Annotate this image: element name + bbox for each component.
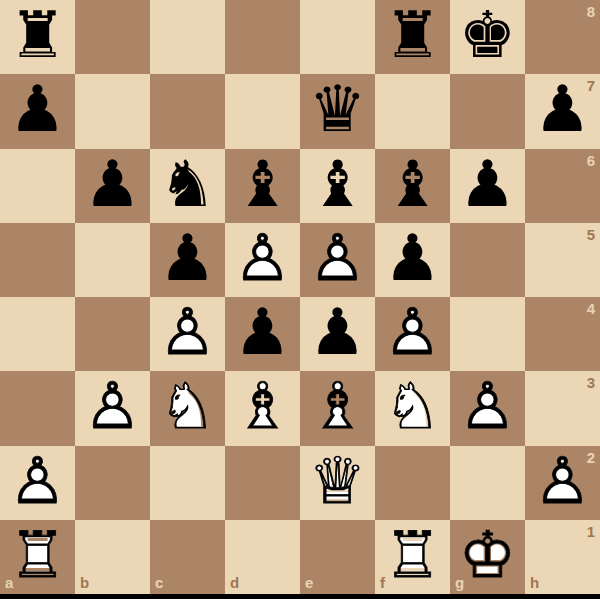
rank-label-4: 4	[587, 301, 595, 316]
piece-black-pawn[interactable]: ♟	[384, 226, 441, 290]
piece-black-pawn[interactable]: ♟	[159, 226, 216, 290]
square-g5[interactable]	[450, 223, 525, 297]
pawn-glyph-outline: ♙	[534, 449, 591, 513]
bishop-glyph-outline: ♗	[234, 374, 291, 438]
square-e5[interactable]: ♟♙	[300, 223, 375, 297]
square-d2[interactable]	[225, 446, 300, 520]
square-a5[interactable]	[0, 223, 75, 297]
square-c4[interactable]: ♟♙	[150, 297, 225, 371]
pawn-glyph-outline: ♙	[234, 226, 291, 290]
square-h3[interactable]: 3	[525, 371, 600, 445]
square-g2[interactable]	[450, 446, 525, 520]
square-c5[interactable]: ♟	[150, 223, 225, 297]
square-e8[interactable]	[300, 0, 375, 74]
square-e7[interactable]: ♛	[300, 74, 375, 148]
square-c3[interactable]: ♞♘	[150, 371, 225, 445]
piece-white-pawn[interactable]: ♟♙	[234, 226, 291, 290]
square-c7[interactable]	[150, 74, 225, 148]
square-h2[interactable]: ♟♙2	[525, 446, 600, 520]
square-f6[interactable]: ♝	[375, 149, 450, 223]
piece-white-pawn[interactable]: ♟♙	[84, 374, 141, 438]
square-h4[interactable]: 4	[525, 297, 600, 371]
rook-glyph-outline: ♖	[384, 523, 441, 587]
piece-white-king[interactable]: ♚♔	[459, 523, 516, 587]
bishop-glyph-outline: ♗	[309, 374, 366, 438]
piece-white-pawn[interactable]: ♟♙	[159, 300, 216, 364]
square-a1[interactable]: ♜♖a	[0, 520, 75, 594]
square-d3[interactable]: ♝♗	[225, 371, 300, 445]
chess-board: ♜♜♚8♟♛♟7♟♞♝♝♝♟6♟♟♙♟♙♟5♟♙♟♟♟♙4♟♙♞♘♝♗♝♗♞♘♟…	[0, 0, 600, 594]
piece-white-rook[interactable]: ♜♖	[9, 523, 66, 587]
piece-white-bishop[interactable]: ♝♗	[234, 374, 291, 438]
square-e4[interactable]: ♟	[300, 297, 375, 371]
pawn-glyph-outline: ♙	[459, 374, 516, 438]
square-g8[interactable]: ♚	[450, 0, 525, 74]
square-e2[interactable]: ♛♕	[300, 446, 375, 520]
knight-glyph-outline: ♘	[159, 374, 216, 438]
square-e3[interactable]: ♝♗	[300, 371, 375, 445]
square-a4[interactable]	[0, 297, 75, 371]
square-a6[interactable]	[0, 149, 75, 223]
square-d5[interactable]: ♟♙	[225, 223, 300, 297]
square-c6[interactable]: ♞	[150, 149, 225, 223]
square-c8[interactable]	[150, 0, 225, 74]
piece-white-pawn[interactable]: ♟♙	[9, 449, 66, 513]
piece-black-pawn[interactable]: ♟	[309, 300, 366, 364]
rank-label-1: 1	[587, 524, 595, 539]
piece-white-pawn[interactable]: ♟♙	[384, 300, 441, 364]
pawn-glyph-outline: ♙	[309, 226, 366, 290]
square-d1[interactable]: d	[225, 520, 300, 594]
board-bottom-edge	[0, 594, 600, 599]
square-b2[interactable]	[75, 446, 150, 520]
square-h7[interactable]: ♟7	[525, 74, 600, 148]
piece-white-queen[interactable]: ♛♕	[309, 449, 366, 513]
knight-glyph-outline: ♘	[384, 374, 441, 438]
piece-white-bishop[interactable]: ♝♗	[309, 374, 366, 438]
file-label-e: e	[305, 575, 313, 590]
square-b1[interactable]: b	[75, 520, 150, 594]
piece-black-pawn[interactable]: ♟	[9, 77, 66, 141]
square-d6[interactable]: ♝	[225, 149, 300, 223]
square-c1[interactable]: c	[150, 520, 225, 594]
piece-black-bishop[interactable]: ♝	[384, 152, 441, 216]
piece-black-king[interactable]: ♚	[459, 3, 516, 67]
king-glyph-outline: ♔	[459, 523, 516, 587]
piece-black-bishop[interactable]: ♝	[234, 152, 291, 216]
piece-white-knight[interactable]: ♞♘	[384, 374, 441, 438]
pawn-glyph-outline: ♙	[9, 449, 66, 513]
pawn-glyph-outline: ♙	[384, 300, 441, 364]
file-label-b: b	[80, 575, 89, 590]
square-f8[interactable]: ♜	[375, 0, 450, 74]
square-d7[interactable]	[225, 74, 300, 148]
square-a2[interactable]: ♟♙	[0, 446, 75, 520]
piece-black-knight[interactable]: ♞	[159, 152, 216, 216]
piece-black-bishop[interactable]: ♝	[309, 152, 366, 216]
piece-black-rook[interactable]: ♜	[384, 3, 441, 67]
square-g1[interactable]: ♚♔g	[450, 520, 525, 594]
rank-label-2: 2	[587, 450, 595, 465]
rank-label-3: 3	[587, 375, 595, 390]
square-b3[interactable]: ♟♙	[75, 371, 150, 445]
square-b6[interactable]: ♟	[75, 149, 150, 223]
square-d8[interactable]	[225, 0, 300, 74]
piece-black-pawn[interactable]: ♟	[84, 152, 141, 216]
file-label-d: d	[230, 575, 239, 590]
rank-label-8: 8	[587, 4, 595, 19]
rank-label-5: 5	[587, 227, 595, 242]
queen-glyph-outline: ♕	[309, 449, 366, 513]
square-f7[interactable]	[375, 74, 450, 148]
square-g4[interactable]	[450, 297, 525, 371]
square-h1[interactable]: 1h	[525, 520, 600, 594]
square-f5[interactable]: ♟	[375, 223, 450, 297]
square-b5[interactable]	[75, 223, 150, 297]
file-label-g: g	[455, 575, 464, 590]
square-f1[interactable]: ♜♖f	[375, 520, 450, 594]
piece-black-rook[interactable]: ♜	[9, 3, 66, 67]
square-h8[interactable]: 8	[525, 0, 600, 74]
piece-white-pawn[interactable]: ♟♙	[534, 449, 591, 513]
square-b4[interactable]	[75, 297, 150, 371]
square-a8[interactable]: ♜	[0, 0, 75, 74]
file-label-h: h	[530, 575, 539, 590]
piece-black-queen[interactable]: ♛	[309, 77, 366, 141]
pawn-glyph-outline: ♙	[84, 374, 141, 438]
square-f3[interactable]: ♞♘	[375, 371, 450, 445]
rank-label-6: 6	[587, 153, 595, 168]
file-label-f: f	[380, 575, 385, 590]
piece-white-pawn[interactable]: ♟♙	[309, 226, 366, 290]
square-g7[interactable]	[450, 74, 525, 148]
square-e1[interactable]: e	[300, 520, 375, 594]
file-label-a: a	[5, 575, 13, 590]
piece-black-pawn[interactable]: ♟	[459, 152, 516, 216]
pawn-glyph-outline: ♙	[159, 300, 216, 364]
piece-black-pawn[interactable]: ♟	[534, 77, 591, 141]
square-c2[interactable]	[150, 446, 225, 520]
square-g3[interactable]: ♟♙	[450, 371, 525, 445]
square-h6[interactable]: 6	[525, 149, 600, 223]
square-f2[interactable]	[375, 446, 450, 520]
square-a3[interactable]	[0, 371, 75, 445]
chess-board-container: ♜♜♚8♟♛♟7♟♞♝♝♝♟6♟♟♙♟♙♟5♟♙♟♟♟♙4♟♙♞♘♝♗♝♗♞♘♟…	[0, 0, 600, 599]
square-b8[interactable]	[75, 0, 150, 74]
file-label-c: c	[155, 575, 163, 590]
piece-white-pawn[interactable]: ♟♙	[459, 374, 516, 438]
square-g6[interactable]: ♟	[450, 149, 525, 223]
piece-white-rook[interactable]: ♜♖	[384, 523, 441, 587]
square-b7[interactable]	[75, 74, 150, 148]
piece-black-pawn[interactable]: ♟	[234, 300, 291, 364]
square-h5[interactable]: 5	[525, 223, 600, 297]
rook-glyph-outline: ♖	[9, 523, 66, 587]
square-d4[interactable]: ♟	[225, 297, 300, 371]
square-f4[interactable]: ♟♙	[375, 297, 450, 371]
rank-label-7: 7	[587, 78, 595, 93]
square-e6[interactable]: ♝	[300, 149, 375, 223]
piece-white-knight[interactable]: ♞♘	[159, 374, 216, 438]
square-a7[interactable]: ♟	[0, 74, 75, 148]
